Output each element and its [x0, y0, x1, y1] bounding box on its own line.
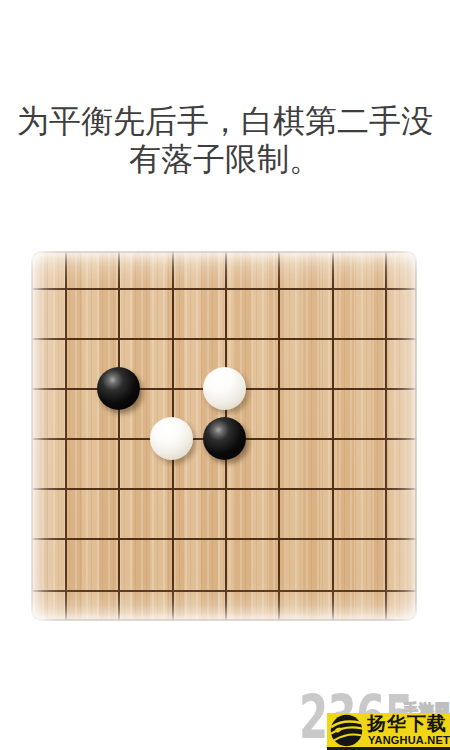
globe-swirl-icon	[330, 714, 363, 747]
instruction-text: 为平衡先后手，白棋第二手没 有落子限制。	[0, 102, 450, 178]
banner-title: 扬华下载	[367, 713, 447, 734]
stone-white	[203, 367, 246, 410]
instruction-line-2: 有落子限制。	[0, 140, 450, 178]
stone-black	[97, 367, 140, 410]
stone-white	[150, 417, 193, 460]
instruction-line-1: 为平衡先后手，白棋第二手没	[0, 102, 450, 140]
stones-layer	[28, 247, 422, 625]
gomoku-board[interactable]	[28, 247, 422, 625]
yanghua-watermark-banner: 扬华下载 YANGHUA.NET	[327, 713, 450, 750]
banner-domain: YANGHUA.NET	[368, 734, 450, 746]
stone-black	[203, 417, 246, 460]
